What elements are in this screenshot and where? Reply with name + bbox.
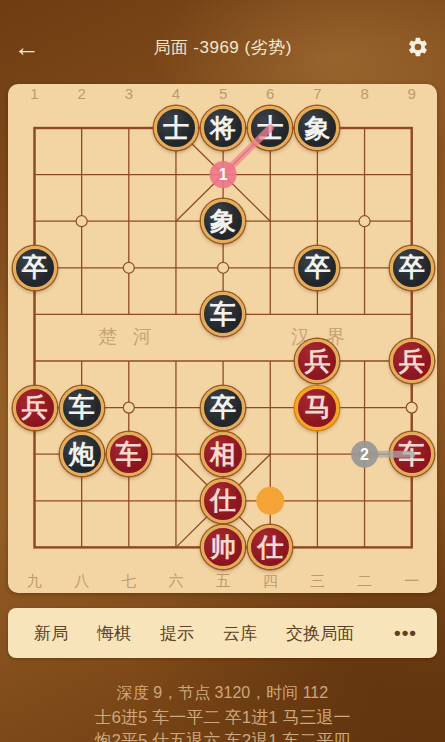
cloud-library-button[interactable]: 云库 [223, 622, 257, 645]
file-label-bottom: 九 [27, 572, 42, 591]
file-label-top: 2 [77, 85, 85, 102]
piece-red-chariot[interactable]: 车 [107, 432, 151, 476]
file-label-bottom: 四 [263, 572, 278, 591]
piece-black-advisor[interactable]: 士 [248, 106, 292, 150]
more-options-button[interactable]: ••• [394, 622, 417, 644]
piece-black-elephant[interactable]: 象 [295, 106, 339, 150]
piece-black-pawn[interactable]: 卒 [13, 246, 57, 290]
new-game-button[interactable]: 新局 [34, 622, 68, 645]
river-label-left: 楚河 [82, 324, 168, 350]
piece-black-general[interactable]: 将 [201, 106, 245, 150]
swap-sides-button[interactable]: 交换局面 [286, 622, 354, 645]
piece-black-elephant[interactable]: 象 [201, 199, 245, 243]
file-label-bottom: 二 [357, 572, 372, 591]
file-label-bottom: 八 [74, 572, 89, 591]
file-label-bottom: 三 [310, 572, 325, 591]
piece-black-pawn[interactable]: 卒 [295, 246, 339, 290]
back-arrow-icon[interactable]: ← [0, 20, 54, 74]
piece-red-pawn[interactable]: 兵 [295, 339, 339, 383]
file-label-bottom: 六 [168, 572, 183, 591]
file-label-top: 9 [408, 85, 416, 102]
file-label-top: 1 [30, 85, 38, 102]
file-label-bottom: 五 [216, 572, 231, 591]
file-label-bottom: 一 [404, 572, 419, 591]
file-label-top: 5 [219, 85, 227, 102]
piece-black-chariot[interactable]: 车 [201, 292, 245, 336]
file-label-top: 3 [125, 85, 133, 102]
piece-black-chariot[interactable]: 车 [60, 386, 104, 430]
piece-red-elephant[interactable]: 相 [201, 432, 245, 476]
header: ← 局面 -3969 (劣势) [0, 20, 445, 74]
undo-move-button[interactable]: 悔棋 [97, 622, 131, 645]
xiangqi-board[interactable]: 123456789九八七六五四三二一楚河汉界士将士象象卒卒卒车兵兵兵车卒马炮车相… [8, 84, 437, 593]
piece-red-general[interactable]: 帅 [201, 525, 245, 569]
engine-line-2: 炮2平5 仕五退六 车2退1 车二平四 [0, 729, 445, 742]
page-title: 局面 -3969 (劣势) [54, 36, 391, 59]
file-label-bottom: 七 [121, 572, 136, 591]
file-label-top: 8 [360, 85, 368, 102]
file-label-top: 7 [313, 85, 321, 102]
engine-line-1: 士6进5 车一平二 卒1进1 马三退一 [0, 706, 445, 729]
engine-status-text: 深度 9，节点 3120，时间 112 [0, 683, 445, 704]
piece-red-horse[interactable]: 马 [295, 386, 339, 430]
piece-black-cannon[interactable]: 炮 [60, 432, 104, 476]
bottom-toolbar: 新局 悔棋 提示 云库 交换局面 ••• [8, 608, 437, 658]
piece-black-advisor[interactable]: 士 [154, 106, 198, 150]
piece-black-pawn[interactable]: 卒 [201, 386, 245, 430]
piece-red-advisor[interactable]: 仕 [248, 525, 292, 569]
piece-red-pawn[interactable]: 兵 [390, 339, 434, 383]
hint-button[interactable]: 提示 [160, 622, 194, 645]
gear-icon [407, 36, 429, 58]
settings-gear-icon[interactable] [391, 36, 445, 58]
file-label-top: 6 [266, 85, 274, 102]
piece-red-advisor[interactable]: 仕 [201, 479, 245, 523]
piece-black-pawn[interactable]: 卒 [390, 246, 434, 290]
file-label-top: 4 [172, 85, 180, 102]
piece-red-pawn[interactable]: 兵 [13, 386, 57, 430]
piece-red-chariot[interactable]: 车 [390, 432, 434, 476]
